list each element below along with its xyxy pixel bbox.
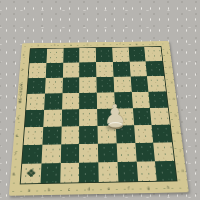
square-r6c7[interactable]: [134, 125, 154, 143]
coordinate-label: 7: [178, 143, 183, 162]
square-r8c8[interactable]: [155, 161, 176, 181]
play-area: ❖: [20, 46, 178, 184]
square-r7c7[interactable]: [135, 143, 155, 162]
coordinate-label: a: [30, 44, 47, 47]
coordinate-label: e: [96, 43, 112, 46]
square-r3c3[interactable]: [62, 77, 79, 93]
coordinate-label: g: [128, 42, 145, 45]
square-r7c8[interactable]: [153, 142, 174, 161]
square-r3c4[interactable]: [79, 77, 96, 93]
white-pawn[interactable]: ♟: [103, 88, 127, 130]
coordinate-label: d: [79, 187, 99, 192]
coordinate-label: 3: [169, 75, 173, 91]
square-r5c3[interactable]: [61, 109, 79, 126]
square-r1c1[interactable]: [30, 49, 47, 64]
square-r5c2[interactable]: [43, 110, 62, 127]
file-labels-bottom: abcdefgh: [19, 185, 178, 192]
coordinate-label: h: [145, 42, 162, 45]
chess-board: abcdefgh abcdefgh 12345678 12345678 WE-C…: [9, 41, 189, 196]
square-r2c4[interactable]: [79, 62, 96, 77]
square-r4c2[interactable]: [44, 93, 62, 110]
square-r8c5[interactable]: [98, 162, 118, 182]
square-r7c3[interactable]: [60, 144, 79, 163]
square-r1c8[interactable]: [144, 47, 162, 62]
square-r8c2[interactable]: [40, 163, 60, 183]
square-r6c4[interactable]: [79, 126, 98, 144]
coordinate-label: b: [46, 44, 63, 47]
coordinate-label: c: [63, 43, 79, 46]
coordinate-label: e: [99, 187, 119, 192]
square-r3c2[interactable]: [45, 78, 63, 94]
coordinate-label: h: [158, 185, 178, 190]
square-r8c1[interactable]: ❖: [21, 163, 41, 183]
square-r5c1[interactable]: [25, 110, 44, 127]
brand-text: WE-CHESS: [18, 83, 24, 103]
square-r5c8[interactable]: [150, 108, 170, 125]
coordinate-label: 5: [16, 110, 20, 127]
coordinate-label: a: [19, 188, 39, 193]
square-r2c8[interactable]: [146, 61, 164, 76]
coordinate-label: 5: [173, 108, 178, 125]
table-surface: abcdefgh abcdefgh 12345678 12345678 WE-C…: [0, 0, 200, 200]
coordinate-label: 8: [180, 161, 185, 181]
coordinate-label: 7: [13, 146, 17, 165]
square-r4c8[interactable]: [149, 91, 168, 108]
coordinate-label: f: [112, 43, 129, 46]
square-r8c6[interactable]: [117, 162, 137, 182]
white-pawn-base: [108, 122, 123, 129]
coordinate-label: 8: [11, 165, 15, 185]
coordinate-label: 1: [22, 48, 26, 63]
square-r2c1[interactable]: [28, 63, 46, 78]
square-r2c7[interactable]: [129, 61, 147, 76]
square-r2c2[interactable]: [45, 63, 62, 78]
square-r3c1[interactable]: [27, 78, 45, 94]
square-r7c1[interactable]: [22, 145, 42, 164]
square-r3c7[interactable]: [130, 76, 148, 92]
square-r4c1[interactable]: [26, 94, 45, 111]
square-r3c8[interactable]: [147, 76, 166, 92]
coordinate-label: 6: [175, 125, 180, 143]
coordinate-label: 2: [167, 60, 171, 75]
square-r1c3[interactable]: [63, 48, 80, 63]
coordinate-label: 2: [20, 63, 24, 78]
board-logo-emblem-icon: ❖: [26, 168, 37, 179]
square-r1c7[interactable]: [128, 47, 146, 62]
square-r7c6[interactable]: [116, 143, 136, 162]
square-r5c7[interactable]: [132, 108, 151, 125]
coordinate-label: f: [119, 186, 139, 191]
square-r7c4[interactable]: [79, 144, 98, 163]
coordinate-label: c: [59, 187, 79, 192]
square-r8c3[interactable]: [60, 163, 80, 183]
square-r2c5[interactable]: [96, 62, 113, 77]
square-r4c4[interactable]: [79, 93, 97, 110]
square-r2c6[interactable]: [113, 62, 131, 77]
square-r6c1[interactable]: [24, 127, 43, 145]
square-r7c2[interactable]: [41, 144, 61, 163]
square-r2c3[interactable]: [62, 62, 79, 77]
coordinate-label: b: [39, 188, 59, 193]
coordinate-label: 1: [166, 46, 170, 60]
coordinate-label: g: [138, 186, 158, 191]
square-r6c3[interactable]: [61, 126, 80, 144]
square-r1c2[interactable]: [46, 48, 63, 63]
square-r1c5[interactable]: [96, 48, 113, 63]
square-r7c5[interactable]: [98, 143, 117, 162]
board-perspective-wrapper: abcdefgh abcdefgh 12345678 12345678 WE-C…: [9, 41, 189, 196]
coordinate-label: d: [79, 43, 95, 46]
square-r1c4[interactable]: [79, 48, 96, 63]
coordinate-label: 6: [15, 128, 19, 146]
square-r8c7[interactable]: [136, 161, 157, 181]
square-r8c4[interactable]: [79, 162, 98, 182]
square-r6c8[interactable]: [152, 125, 172, 143]
square-r1c6[interactable]: [112, 47, 129, 62]
coordinate-label: 4: [171, 91, 176, 107]
square-r6c2[interactable]: [42, 127, 61, 145]
square-r4c7[interactable]: [131, 92, 150, 109]
board-grid: ❖: [21, 47, 177, 184]
square-r5c4[interactable]: [79, 109, 97, 126]
square-r4c3[interactable]: [62, 93, 80, 110]
